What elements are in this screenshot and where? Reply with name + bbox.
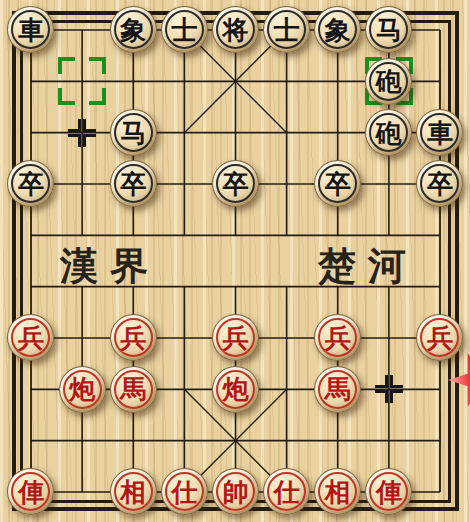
point-r8c8[interactable] <box>414 415 465 466</box>
point-r5c1[interactable] <box>57 261 108 312</box>
point-r9c3[interactable]: 仕 <box>159 466 210 517</box>
piece-black-elephant[interactable]: 象 <box>110 6 157 53</box>
piece-red-soldier[interactable]: 兵 <box>314 314 361 361</box>
point-r6c5[interactable] <box>261 312 312 363</box>
piece-glyph: 相 <box>120 479 146 505</box>
piece-glyph: 马 <box>376 17 402 43</box>
point-r7c3[interactable] <box>159 364 210 415</box>
point-r7c1[interactable]: 炮 <box>57 364 108 415</box>
point-r8c4[interactable] <box>210 415 261 466</box>
piece-glyph: 兵 <box>120 325 146 351</box>
point-r9c1[interactable] <box>57 466 108 517</box>
point-r4c2[interactable] <box>108 210 159 261</box>
piece-black-advisor[interactable]: 士 <box>263 6 310 53</box>
point-r8c3[interactable] <box>159 415 210 466</box>
piece-glyph: 马 <box>120 120 146 146</box>
piece-red-cannon[interactable]: 炮 <box>212 366 259 413</box>
point-r9c4[interactable]: 帥 <box>210 466 261 517</box>
piece-glyph: 帥 <box>222 479 248 505</box>
point-r4c8[interactable] <box>414 210 465 261</box>
point-r8c6[interactable] <box>312 415 363 466</box>
piece-red-rook[interactable]: 俥 <box>365 468 412 515</box>
point-r4c7[interactable] <box>363 210 414 261</box>
piece-red-soldier[interactable]: 兵 <box>110 314 157 361</box>
point-r4c4[interactable] <box>210 210 261 261</box>
piece-glyph: 車 <box>427 120 453 146</box>
point-r8c5[interactable] <box>261 415 312 466</box>
piece-black-advisor[interactable]: 士 <box>161 6 208 53</box>
point-r6c3[interactable] <box>159 312 210 363</box>
point-r3c8[interactable]: 卒 <box>414 158 465 209</box>
point-r4c5[interactable] <box>261 210 312 261</box>
piece-black-elephant[interactable]: 象 <box>314 6 361 53</box>
piece-red-soldier[interactable]: 兵 <box>416 314 463 361</box>
piece-red-cannon[interactable]: 炮 <box>59 366 106 413</box>
point-r7c5[interactable] <box>261 364 312 415</box>
point-r2c0[interactable] <box>5 107 56 158</box>
piece-glyph: 将 <box>222 17 248 43</box>
piece-black-horse[interactable]: 马 <box>365 6 412 53</box>
point-r9c7[interactable]: 俥 <box>363 466 414 517</box>
point-r5c5[interactable] <box>261 261 312 312</box>
point-r1c7[interactable]: 砲 <box>363 56 414 107</box>
piece-red-soldier[interactable]: 兵 <box>212 314 259 361</box>
point-r4c3[interactable] <box>159 210 210 261</box>
point-r2c4[interactable] <box>210 107 261 158</box>
piece-glyph: 砲 <box>376 68 402 94</box>
point-r2c6[interactable] <box>312 107 363 158</box>
piece-glyph: 士 <box>171 17 197 43</box>
point-r5c0[interactable] <box>5 261 56 312</box>
point-r2c7[interactable]: 砲 <box>363 107 414 158</box>
piece-glyph: 仕 <box>274 479 300 505</box>
point-r0c3[interactable]: 士 <box>159 4 210 55</box>
point-r2c1[interactable] <box>57 107 108 158</box>
point-r4c6[interactable] <box>312 210 363 261</box>
piece-glyph: 卒 <box>325 171 351 197</box>
piece-black-soldier[interactable]: 卒 <box>416 160 463 207</box>
point-r2c3[interactable] <box>159 107 210 158</box>
point-r0c7[interactable]: 马 <box>363 4 414 55</box>
point-r3c4[interactable]: 卒 <box>210 158 261 209</box>
piece-glyph: 俥 <box>18 479 44 505</box>
point-r6c0[interactable]: 兵 <box>5 312 56 363</box>
point-r7c7[interactable] <box>363 364 414 415</box>
point-r3c1[interactable] <box>57 158 108 209</box>
point-r4c1[interactable] <box>57 210 108 261</box>
point-r8c2[interactable] <box>108 415 159 466</box>
piece-black-soldier[interactable]: 卒 <box>7 160 54 207</box>
piece-glyph: 砲 <box>376 120 402 146</box>
point-r1c5[interactable] <box>261 56 312 107</box>
point-r6c6[interactable]: 兵 <box>312 312 363 363</box>
point-r0c6[interactable]: 象 <box>312 4 363 55</box>
piece-red-rook[interactable]: 俥 <box>7 468 54 515</box>
point-r0c5[interactable]: 士 <box>261 4 312 55</box>
point-r5c3[interactable] <box>159 261 210 312</box>
point-r5c8[interactable] <box>414 261 465 312</box>
piece-red-general[interactable]: 帥 <box>212 468 259 515</box>
point-r2c8[interactable]: 車 <box>414 107 465 158</box>
piece-red-horse[interactable]: 馬 <box>110 366 157 413</box>
point-r1c8[interactable] <box>414 56 465 107</box>
piece-red-elephant[interactable]: 相 <box>314 468 361 515</box>
point-r9c2[interactable]: 相 <box>108 466 159 517</box>
point-r2c5[interactable] <box>261 107 312 158</box>
point-r0c4[interactable]: 将 <box>210 4 261 55</box>
point-r3c6[interactable]: 卒 <box>312 158 363 209</box>
point-r0c8[interactable] <box>414 4 465 55</box>
point-r5c2[interactable] <box>108 261 159 312</box>
point-r8c7[interactable] <box>363 415 414 466</box>
point-r6c8[interactable]: 兵 <box>414 312 465 363</box>
piece-glyph: 車 <box>18 17 44 43</box>
piece-glyph: 兵 <box>222 325 248 351</box>
point-r3c7[interactable] <box>363 158 414 209</box>
point-r7c8[interactable] <box>414 364 465 415</box>
point-r9c8[interactable] <box>414 466 465 517</box>
piece-glyph: 炮 <box>69 376 95 402</box>
point-r0c1[interactable] <box>57 4 108 55</box>
point-r5c7[interactable] <box>363 261 414 312</box>
piece-black-rook[interactable]: 車 <box>416 109 463 156</box>
piece-glyph: 卒 <box>222 171 248 197</box>
point-r6c4[interactable]: 兵 <box>210 312 261 363</box>
piece-black-horse[interactable]: 马 <box>110 109 157 156</box>
point-r4c0[interactable] <box>5 210 56 261</box>
piece-red-advisor[interactable]: 仕 <box>263 468 310 515</box>
point-r1c3[interactable] <box>159 56 210 107</box>
piece-glyph: 士 <box>274 17 300 43</box>
piece-black-soldier[interactable]: 卒 <box>212 160 259 207</box>
piece-glyph: 炮 <box>222 376 248 402</box>
point-r1c4[interactable] <box>210 56 261 107</box>
point-r9c5[interactable]: 仕 <box>261 466 312 517</box>
point-r7c4[interactable]: 炮 <box>210 364 261 415</box>
point-r1c6[interactable] <box>312 56 363 107</box>
point-r1c1[interactable] <box>57 56 108 107</box>
piece-glyph: 俥 <box>376 479 402 505</box>
piece-glyph: 兵 <box>427 325 453 351</box>
point-r6c2[interactable]: 兵 <box>108 312 159 363</box>
piece-glyph: 卒 <box>120 171 146 197</box>
piece-glyph: 馬 <box>325 376 351 402</box>
point-r3c5[interactable] <box>261 158 312 209</box>
point-r7c0[interactable] <box>5 364 56 415</box>
point-r6c7[interactable] <box>363 312 414 363</box>
piece-black-general[interactable]: 将 <box>212 6 259 53</box>
point-r0c2[interactable]: 象 <box>108 4 159 55</box>
piece-glyph: 馬 <box>120 376 146 402</box>
xiangqi-board: 漢界 楚河 車象士将士象马砲马砲車卒卒卒卒卒兵兵兵兵兵炮馬炮馬俥相仕帥仕相俥 <box>0 0 470 522</box>
point-r3c2[interactable]: 卒 <box>108 158 159 209</box>
point-r5c4[interactable] <box>210 261 261 312</box>
piece-black-soldier[interactable]: 卒 <box>314 160 361 207</box>
point-r5c6[interactable] <box>312 261 363 312</box>
piece-black-soldier[interactable]: 卒 <box>110 160 157 207</box>
piece-glyph: 卒 <box>18 171 44 197</box>
piece-red-soldier[interactable]: 兵 <box>7 314 54 361</box>
piece-glyph: 仕 <box>171 479 197 505</box>
piece-red-advisor[interactable]: 仕 <box>161 468 208 515</box>
piece-glyph: 象 <box>325 17 351 43</box>
point-r3c0[interactable]: 卒 <box>5 158 56 209</box>
point-r0c0[interactable]: 車 <box>5 4 56 55</box>
piece-glyph: 相 <box>325 479 351 505</box>
piece-glyph: 兵 <box>325 325 351 351</box>
point-r2c2[interactable]: 马 <box>108 107 159 158</box>
point-r1c2[interactable] <box>108 56 159 107</box>
point-r8c1[interactable] <box>57 415 108 466</box>
piece-grid: 車象士将士象马砲马砲車卒卒卒卒卒兵兵兵兵兵炮馬炮馬俥相仕帥仕相俥 <box>5 4 465 517</box>
point-r6c1[interactable] <box>57 312 108 363</box>
point-r1c0[interactable] <box>5 56 56 107</box>
piece-glyph: 象 <box>120 17 146 43</box>
piece-red-horse[interactable]: 馬 <box>314 366 361 413</box>
point-r7c2[interactable]: 馬 <box>108 364 159 415</box>
piece-glyph: 兵 <box>18 325 44 351</box>
piece-black-cannon[interactable]: 砲 <box>365 58 412 105</box>
piece-red-elephant[interactable]: 相 <box>110 468 157 515</box>
point-r8c0[interactable] <box>5 415 56 466</box>
point-r7c6[interactable]: 馬 <box>312 364 363 415</box>
piece-black-cannon[interactable]: 砲 <box>365 109 412 156</box>
point-r9c0[interactable]: 俥 <box>5 466 56 517</box>
point-r9c6[interactable]: 相 <box>312 466 363 517</box>
point-r3c3[interactable] <box>159 158 210 209</box>
piece-black-rook[interactable]: 車 <box>7 6 54 53</box>
piece-glyph: 卒 <box>427 171 453 197</box>
